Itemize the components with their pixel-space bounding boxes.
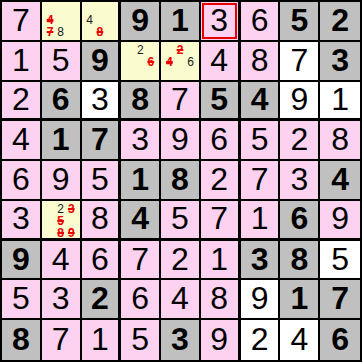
given-digit: 2	[331, 4, 349, 36]
cell-r8c8[interactable]: 1	[280, 280, 320, 320]
given-digit: 4	[251, 83, 269, 115]
entered-digit: 9	[52, 163, 70, 195]
cell-r8c6[interactable]: 8	[201, 280, 241, 320]
pencil-marks: 23589	[42, 201, 80, 238]
entered-digit: 3	[52, 282, 70, 314]
pencil-mark-3-eliminated: 3	[66, 203, 77, 215]
cell-r4c6[interactable]: 6	[201, 121, 241, 161]
entered-digit: 5	[331, 243, 349, 275]
cell-r1c1[interactable]: 7	[2, 2, 42, 42]
pencil-mark-9-eliminated: 9	[66, 227, 77, 239]
cell-r2c5[interactable]: 246	[161, 42, 201, 82]
cell-r2c3[interactable]: 9	[82, 42, 122, 82]
cell-r4c8[interactable]: 2	[280, 121, 320, 161]
cell-r1c9[interactable]: 2	[320, 2, 360, 42]
cell-r4c5[interactable]: 9	[161, 121, 201, 161]
cell-r1c6[interactable]: 3	[201, 2, 241, 42]
given-digit: 5	[210, 83, 228, 115]
cell-r1c7[interactable]: 6	[241, 2, 281, 42]
cell-r6c8[interactable]: 6	[280, 201, 320, 241]
cell-r3c8[interactable]: 9	[280, 82, 320, 122]
cell-r5c4[interactable]: 1	[121, 161, 161, 201]
given-digit: 8	[171, 163, 189, 195]
cell-r5c5[interactable]: 8	[161, 161, 201, 201]
pencil-mark-4-eliminated: 4	[45, 14, 56, 26]
pencil-mark-6: 6	[185, 56, 196, 68]
cell-r6c6[interactable]: 7	[201, 201, 241, 241]
given-digit: 3	[251, 243, 269, 275]
given-digit: 3	[331, 44, 349, 76]
cell-r9c8[interactable]: 4	[280, 320, 320, 360]
entered-digit: 1	[12, 44, 30, 76]
pencil-marks: 478	[42, 2, 80, 40]
cell-r5c3[interactable]: 5	[82, 161, 122, 201]
cell-r2c6[interactable]: 4	[201, 42, 241, 82]
entered-digit: 3	[131, 123, 149, 155]
entered-digit: 1	[331, 83, 349, 115]
cell-r9c3[interactable]: 1	[82, 320, 122, 360]
cell-r6c9[interactable]: 9	[320, 201, 360, 241]
entered-digit: 1	[210, 243, 228, 275]
entered-digit: 9	[331, 202, 349, 234]
cell-r1c5[interactable]: 1	[161, 2, 201, 42]
cell-r3c1[interactable]: 2	[2, 82, 42, 122]
cell-r9c7[interactable]: 2	[241, 320, 281, 360]
pencil-mark-8-eliminated: 8	[55, 227, 66, 239]
entered-digit: 4	[171, 282, 189, 314]
cell-r6c3[interactable]: 8	[82, 201, 122, 241]
entered-digit: 8	[251, 44, 269, 76]
entered-digit: 9	[290, 83, 308, 115]
cell-r1c8[interactable]: 5	[280, 2, 320, 42]
cell-r3c3[interactable]: 3	[82, 82, 122, 122]
entered-digit: 2	[290, 123, 308, 155]
cell-r2c9[interactable]: 3	[320, 42, 360, 82]
cell-r3c2[interactable]: 6	[42, 82, 82, 122]
given-digit: 7	[91, 123, 109, 155]
cell-r5c7[interactable]: 7	[241, 161, 281, 201]
cell-r2c2[interactable]: 5	[42, 42, 82, 82]
cell-r4c4[interactable]: 3	[121, 121, 161, 161]
entered-digit: 9	[171, 123, 189, 155]
given-digit: 2	[91, 282, 109, 314]
cell-r5c1[interactable]: 6	[2, 161, 42, 201]
cell-r3c6[interactable]: 5	[201, 82, 241, 122]
entered-digit: 4	[12, 123, 30, 155]
cell-r6c2[interactable]: 23589	[42, 201, 82, 241]
entered-digit: 5	[52, 44, 70, 76]
cell-r1c3[interactable]: 48	[82, 2, 122, 42]
given-digit: 5	[290, 4, 308, 36]
cell-r2c1[interactable]: 1	[2, 42, 42, 82]
given-digit: 1	[290, 282, 308, 314]
entered-digit: 6	[131, 282, 149, 314]
cell-r6c4[interactable]: 4	[121, 201, 161, 241]
entered-digit: 7	[171, 83, 189, 115]
cell-r9c5[interactable]: 3	[161, 320, 201, 360]
pencil-marks: 48	[82, 2, 119, 40]
entered-digit: 6	[251, 4, 269, 36]
cell-r8c2[interactable]: 3	[42, 280, 82, 320]
cell-r9c4[interactable]: 5	[121, 320, 161, 360]
entered-digit: 6	[91, 243, 109, 275]
entered-digit: 5	[91, 163, 109, 195]
entered-digit: 8	[91, 202, 109, 234]
cell-r7c4[interactable]: 7	[121, 241, 161, 281]
sudoku-board: 7478489136521592624648732638754914173965…	[0, 0, 362, 362]
given-digit: 9	[91, 44, 109, 76]
entered-digit: 4	[210, 44, 228, 76]
cell-r4c9[interactable]: 8	[320, 121, 360, 161]
entered-digit: 6	[210, 123, 228, 155]
cell-r8c4[interactable]: 6	[121, 280, 161, 320]
entered-digit: 7	[131, 243, 149, 275]
cell-r7c9[interactable]: 5	[320, 241, 360, 281]
pencil-mark-2-eliminated: 2	[175, 44, 186, 56]
entered-digit: 5	[12, 282, 30, 314]
cell-r9c2[interactable]: 7	[42, 320, 82, 360]
entered-digit: 8	[331, 123, 349, 155]
entered-digit: 7	[52, 323, 70, 355]
pencil-mark-2: 2	[135, 44, 146, 56]
cell-r2c4[interactable]: 26	[121, 42, 161, 82]
entered-digit: 7	[12, 4, 30, 36]
cell-r4c7[interactable]: 5	[241, 121, 281, 161]
entered-digit: 9	[251, 282, 269, 314]
given-digit: 6	[331, 323, 349, 355]
cell-r6c7[interactable]: 1	[241, 201, 281, 241]
cell-r5c9[interactable]: 4	[320, 161, 360, 201]
given-digit: 1	[52, 123, 70, 155]
cell-r2c8[interactable]: 7	[280, 42, 320, 82]
cell-r5c8[interactable]: 3	[280, 161, 320, 201]
entered-digit: 8	[210, 282, 228, 314]
pencil-mark-6-eliminated: 6	[146, 56, 157, 68]
given-digit: 6	[52, 83, 70, 115]
cell-r5c2[interactable]: 9	[42, 161, 82, 201]
cell-r5c6[interactable]: 2	[201, 161, 241, 201]
cell-r6c5[interactable]: 5	[161, 201, 201, 241]
cell-r3c4[interactable]: 8	[121, 82, 161, 122]
given-digit: 6	[290, 202, 308, 234]
cell-r7c5[interactable]: 2	[161, 241, 201, 281]
entered-digit: 7	[210, 202, 228, 234]
cell-r1c2[interactable]: 478	[42, 2, 82, 42]
pencil-marks: 26	[121, 42, 159, 80]
cell-r8c5[interactable]: 4	[161, 280, 201, 320]
cell-r9c9[interactable]: 6	[320, 320, 360, 360]
pencil-mark-4-eliminated: 4	[164, 56, 175, 68]
given-digit: 1	[171, 4, 189, 36]
cell-r2c7[interactable]: 8	[241, 42, 281, 82]
cell-r3c9[interactable]: 1	[320, 82, 360, 122]
given-digit: 1	[131, 163, 149, 195]
entered-digit: 3	[290, 163, 308, 195]
given-digit: 8	[290, 243, 308, 275]
cell-r1c4[interactable]: 9	[121, 2, 161, 42]
cell-r7c7[interactable]: 3	[241, 241, 281, 281]
entered-digit: 5	[171, 202, 189, 234]
entered-digit: 3	[210, 4, 228, 36]
entered-digit: 4	[290, 323, 308, 355]
given-digit: 9	[131, 4, 149, 36]
cell-r3c5[interactable]: 7	[161, 82, 201, 122]
cell-r4c3[interactable]: 7	[82, 121, 122, 161]
pencil-marks: 246	[161, 42, 199, 80]
pencil-mark-8-eliminated: 8	[95, 26, 105, 38]
cell-r6c1[interactable]: 3	[2, 201, 42, 241]
entered-digit: 5	[131, 323, 149, 355]
cell-r8c7[interactable]: 9	[241, 280, 281, 320]
entered-digit: 2	[12, 83, 30, 115]
cell-r7c8[interactable]: 8	[280, 241, 320, 281]
entered-digit: 5	[251, 123, 269, 155]
given-digit: 8	[131, 83, 149, 115]
given-digit: 9	[12, 243, 30, 275]
entered-digit: 6	[12, 163, 30, 195]
entered-digit: 1	[91, 323, 109, 355]
entered-digit: 3	[12, 202, 30, 234]
given-digit: 4	[131, 202, 149, 234]
cell-r9c1[interactable]: 8	[2, 320, 42, 360]
cell-r7c6[interactable]: 1	[201, 241, 241, 281]
given-digit: 8	[12, 323, 30, 355]
entered-digit: 2	[171, 243, 189, 275]
given-digit: 7	[331, 282, 349, 314]
cell-r3c7[interactable]: 4	[241, 82, 281, 122]
cell-r7c2[interactable]: 4	[42, 241, 82, 281]
pencil-mark-4: 4	[85, 14, 95, 26]
entered-digit: 2	[210, 163, 228, 195]
entered-digit: 7	[251, 163, 269, 195]
cell-r8c1[interactable]: 5	[2, 280, 42, 320]
entered-digit: 3	[91, 83, 109, 115]
cell-r4c2[interactable]: 1	[42, 121, 82, 161]
entered-digit: 1	[251, 202, 269, 234]
given-digit: 4	[331, 163, 349, 195]
cell-r9c6[interactable]: 9	[201, 320, 241, 360]
given-digit: 3	[171, 323, 189, 355]
entered-digit: 7	[290, 44, 308, 76]
pencil-mark-8: 8	[55, 26, 66, 38]
entered-digit: 2	[251, 323, 269, 355]
cell-r4c1[interactable]: 4	[2, 121, 42, 161]
entered-digit: 4	[52, 243, 70, 275]
pencil-mark-7-eliminated: 7	[45, 26, 56, 38]
cell-r7c3[interactable]: 6	[82, 241, 122, 281]
cell-r7c1[interactable]: 9	[2, 241, 42, 281]
cell-r8c3[interactable]: 2	[82, 280, 122, 320]
cell-r8c9[interactable]: 7	[320, 280, 360, 320]
entered-digit: 9	[210, 323, 228, 355]
